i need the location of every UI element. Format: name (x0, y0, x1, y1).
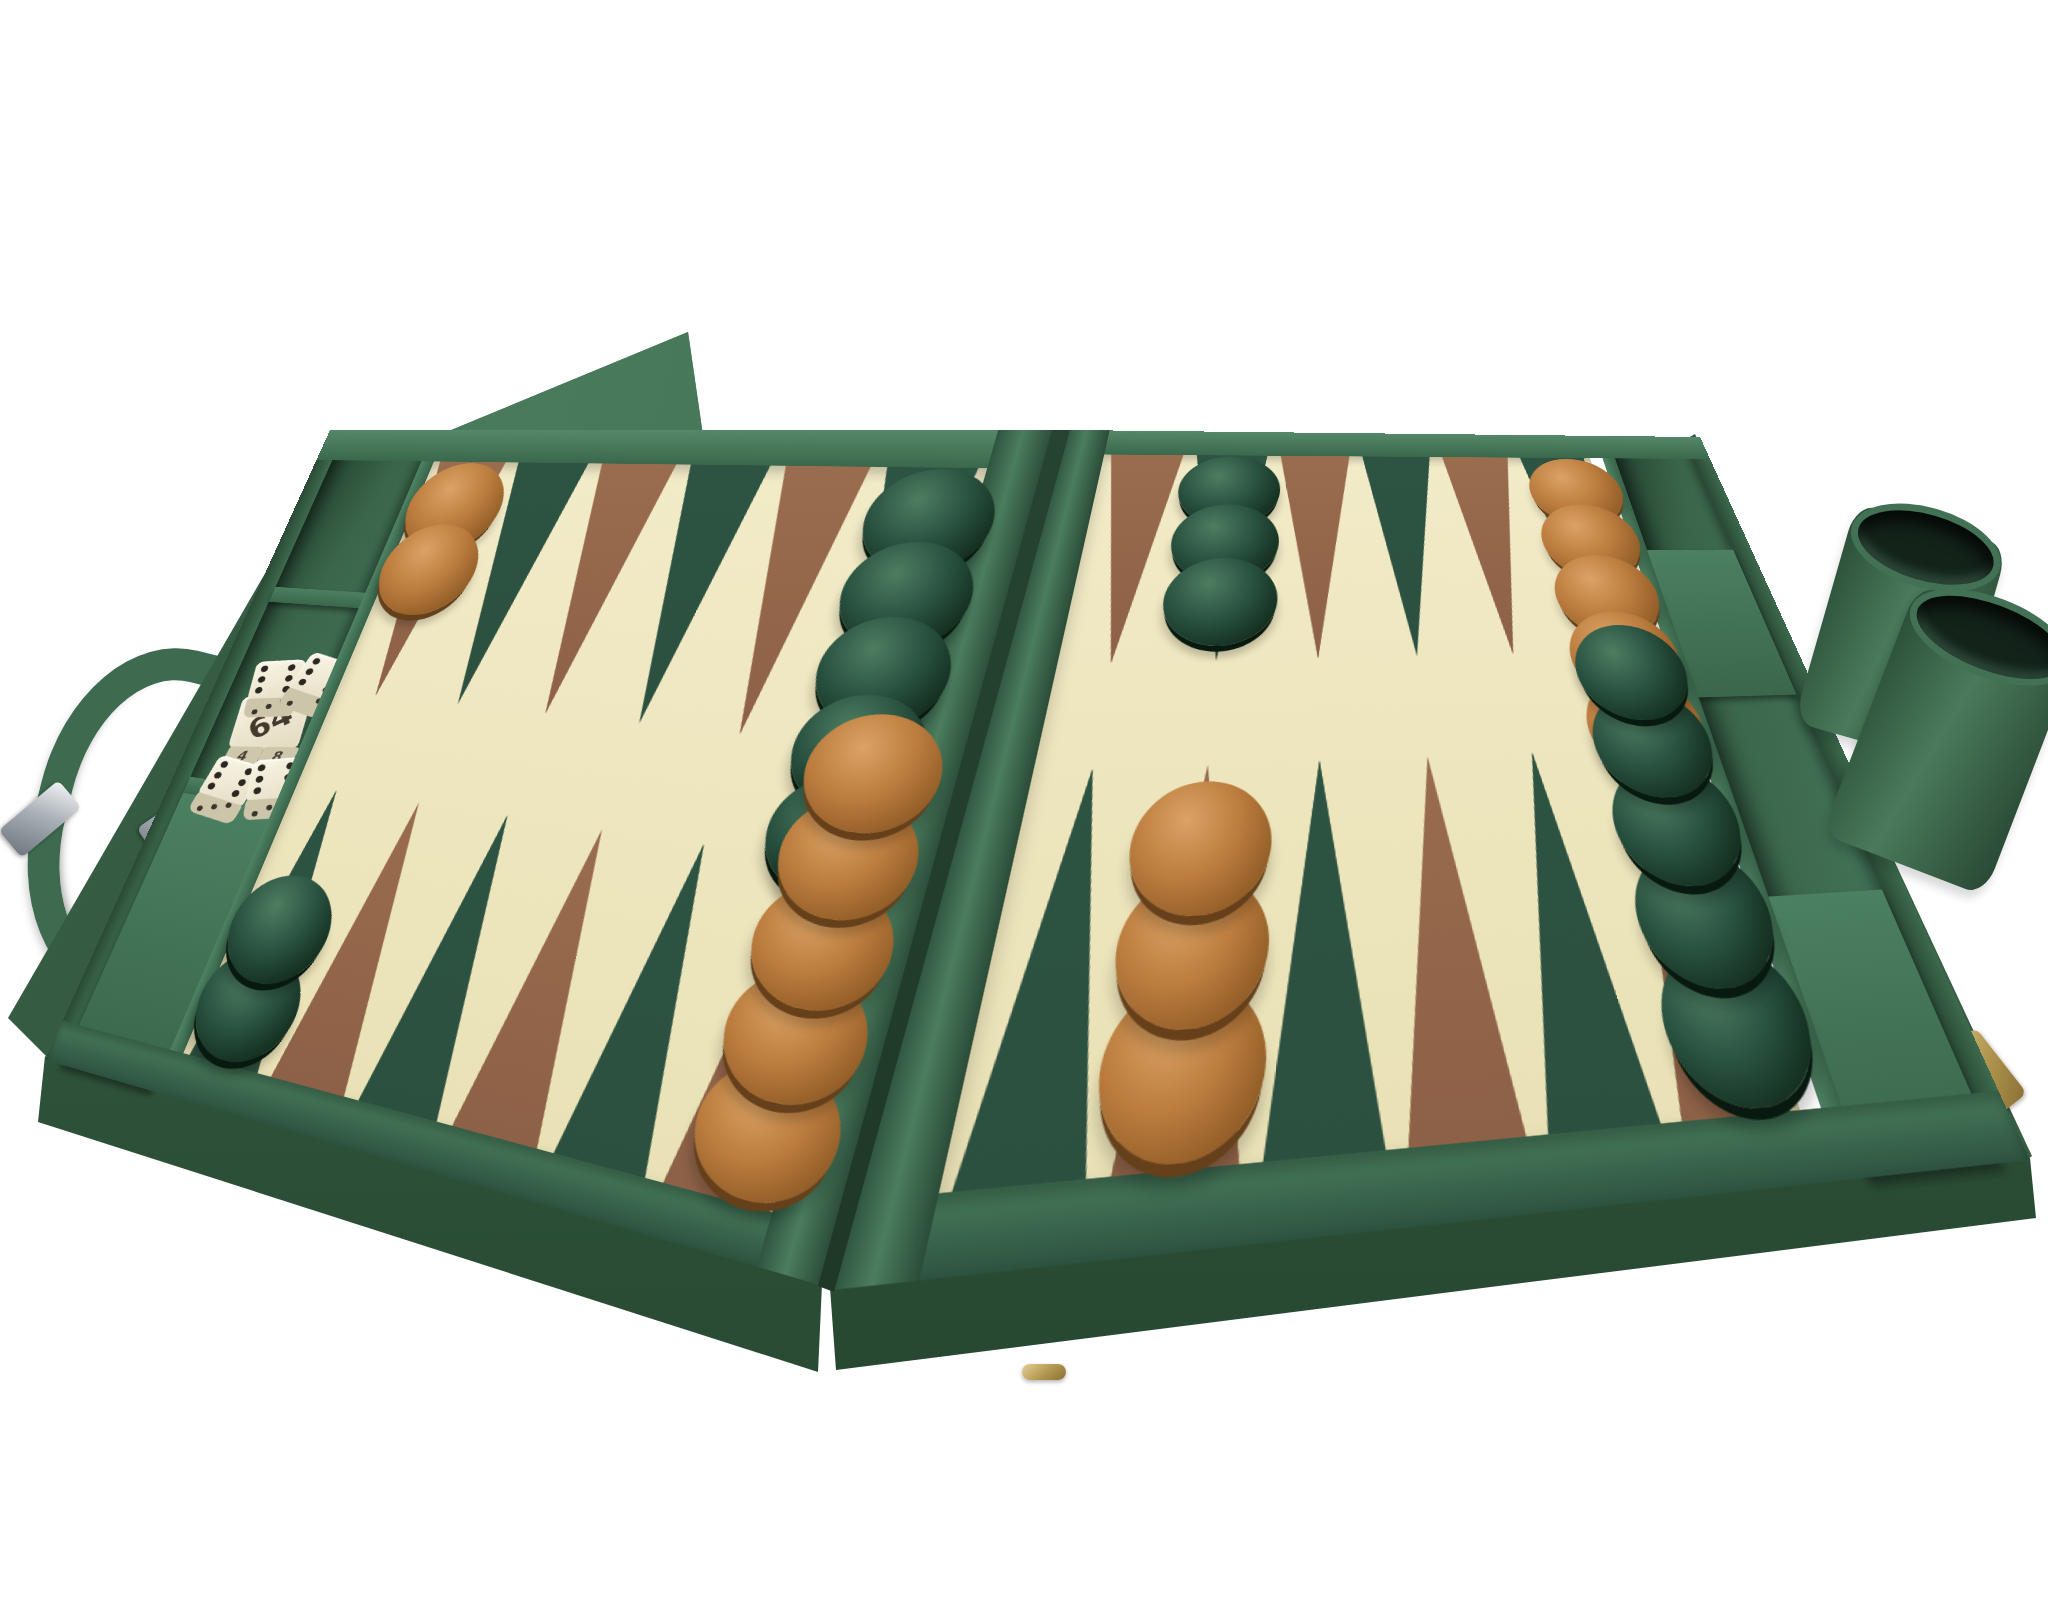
hinge-front-center (1022, 1364, 1066, 1380)
checker-brown-point24-2[interactable] (364, 523, 493, 618)
backgammon-set-photo: 64 48 (0, 0, 2048, 1604)
checker-green-point17-3[interactable] (1157, 558, 1278, 647)
